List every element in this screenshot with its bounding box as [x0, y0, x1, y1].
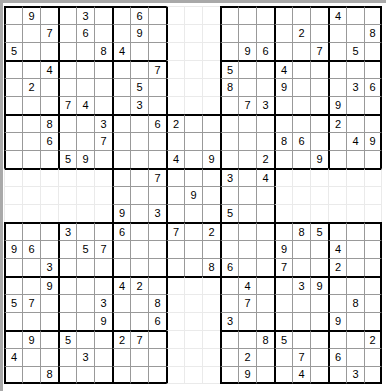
sudoku-empty-cell[interactable]	[166, 132, 184, 150]
sudoku-empty-cell[interactable]	[310, 312, 328, 330]
sudoku-empty-cell[interactable]	[40, 312, 58, 330]
sudoku-empty-cell[interactable]	[256, 348, 274, 366]
sudoku-empty-cell[interactable]	[40, 294, 58, 312]
sudoku-empty-cell[interactable]	[256, 312, 274, 330]
sudoku-empty-cell[interactable]	[112, 60, 130, 78]
sudoku-empty-cell[interactable]	[310, 366, 328, 384]
sudoku-empty-cell[interactable]	[112, 258, 130, 276]
sudoku-empty-cell[interactable]	[148, 258, 166, 276]
sudoku-given-cell: 9	[274, 240, 292, 258]
sudoku-given-cell: 6	[256, 42, 274, 60]
sudoku-empty-cell[interactable]	[40, 96, 58, 114]
sudoku-empty-cell[interactable]	[76, 330, 94, 348]
sudoku-empty-cell[interactable]	[76, 42, 94, 60]
sudoku-empty-cell[interactable]	[256, 186, 274, 204]
sudoku-empty-cell[interactable]	[220, 330, 238, 348]
sudoku-empty-cell[interactable]	[4, 150, 22, 168]
void-cell	[202, 294, 220, 312]
sudoku-empty-cell[interactable]	[346, 276, 364, 294]
sudoku-empty-cell[interactable]	[76, 132, 94, 150]
sudoku-empty-cell[interactable]	[148, 132, 166, 150]
sudoku-empty-cell[interactable]	[58, 132, 76, 150]
sudoku-empty-cell[interactable]	[40, 42, 58, 60]
sudoku-empty-cell[interactable]	[112, 366, 130, 384]
sudoku-empty-cell[interactable]	[310, 24, 328, 42]
sudoku-empty-cell[interactable]	[112, 150, 130, 168]
sudoku-empty-cell[interactable]	[4, 132, 22, 150]
sudoku-empty-cell[interactable]	[58, 276, 76, 294]
sudoku-empty-cell[interactable]	[94, 78, 112, 96]
sudoku-empty-cell[interactable]	[94, 258, 112, 276]
sudoku-empty-cell[interactable]	[202, 168, 220, 186]
sudoku-empty-cell[interactable]	[274, 114, 292, 132]
sudoku-empty-cell[interactable]	[184, 150, 202, 168]
sudoku-empty-cell[interactable]	[94, 24, 112, 42]
sudoku-given-cell: 8	[40, 366, 58, 384]
sudoku-empty-cell[interactable]	[4, 96, 22, 114]
sudoku-empty-cell[interactable]	[256, 240, 274, 258]
sudoku-empty-cell[interactable]	[328, 78, 346, 96]
sudoku-empty-cell[interactable]	[148, 348, 166, 366]
sudoku-empty-cell[interactable]	[310, 330, 328, 348]
sudoku-empty-cell[interactable]	[166, 240, 184, 258]
sudoku-empty-cell[interactable]	[22, 132, 40, 150]
sudoku-empty-cell[interactable]	[130, 312, 148, 330]
sudoku-empty-cell[interactable]	[112, 78, 130, 96]
sudoku-empty-cell[interactable]	[76, 294, 94, 312]
void-cell	[202, 6, 220, 24]
sudoku-empty-cell[interactable]	[310, 132, 328, 150]
sudoku-empty-cell[interactable]	[40, 78, 58, 96]
sudoku-empty-cell[interactable]	[220, 42, 238, 60]
sudoku-given-cell: 7	[238, 294, 256, 312]
sudoku-empty-cell[interactable]	[346, 6, 364, 24]
sudoku-empty-cell[interactable]	[76, 60, 94, 78]
sudoku-given-cell: 3	[130, 96, 148, 114]
sudoku-empty-cell[interactable]	[184, 114, 202, 132]
sudoku-empty-cell[interactable]	[4, 24, 22, 42]
sudoku-empty-cell[interactable]	[4, 366, 22, 384]
sudoku-empty-cell[interactable]	[238, 6, 256, 24]
sudoku-empty-cell[interactable]	[4, 258, 22, 276]
sudoku-empty-cell[interactable]	[274, 348, 292, 366]
sudoku-empty-cell[interactable]	[274, 312, 292, 330]
sudoku-empty-cell[interactable]	[94, 366, 112, 384]
sudoku-empty-cell[interactable]	[112, 294, 130, 312]
sudoku-empty-cell[interactable]	[112, 114, 130, 132]
sudoku-empty-cell[interactable]	[364, 42, 382, 60]
sudoku-empty-cell[interactable]	[274, 366, 292, 384]
sudoku-empty-cell[interactable]	[166, 258, 184, 276]
sudoku-empty-cell[interactable]	[22, 42, 40, 60]
sudoku-empty-cell[interactable]	[130, 60, 148, 78]
sudoku-empty-cell[interactable]	[58, 24, 76, 42]
sudoku-empty-cell[interactable]	[4, 6, 22, 24]
sudoku-empty-cell[interactable]	[256, 366, 274, 384]
sudoku-empty-cell[interactable]	[256, 204, 274, 222]
sudoku-empty-cell[interactable]	[364, 294, 382, 312]
sudoku-empty-cell[interactable]	[130, 114, 148, 132]
sudoku-empty-cell[interactable]	[58, 348, 76, 366]
sudoku-empty-cell[interactable]	[364, 96, 382, 114]
frame-left-edge	[0, 0, 3, 391]
sudoku-empty-cell[interactable]	[364, 6, 382, 24]
sudoku-empty-cell[interactable]	[184, 240, 202, 258]
sudoku-empty-cell[interactable]	[292, 78, 310, 96]
sudoku-empty-cell[interactable]	[4, 312, 22, 330]
sudoku-empty-cell[interactable]	[274, 96, 292, 114]
sudoku-empty-cell[interactable]	[310, 60, 328, 78]
sudoku-empty-cell[interactable]	[202, 132, 220, 150]
sudoku-empty-cell[interactable]	[238, 204, 256, 222]
sudoku-empty-cell[interactable]	[58, 60, 76, 78]
sudoku-empty-cell[interactable]	[130, 150, 148, 168]
sudoku-empty-cell[interactable]	[22, 312, 40, 330]
sudoku-empty-cell[interactable]	[238, 78, 256, 96]
sudoku-empty-cell[interactable]	[4, 276, 22, 294]
sudoku-empty-cell[interactable]	[76, 114, 94, 132]
sudoku-empty-cell[interactable]	[238, 312, 256, 330]
sudoku-empty-cell[interactable]	[58, 366, 76, 384]
sudoku-empty-cell[interactable]	[238, 168, 256, 186]
sudoku-empty-cell[interactable]	[130, 294, 148, 312]
sudoku-empty-cell[interactable]	[220, 348, 238, 366]
sudoku-empty-cell[interactable]	[328, 222, 346, 240]
sudoku-empty-cell[interactable]	[292, 6, 310, 24]
sudoku-empty-cell[interactable]	[22, 60, 40, 78]
sudoku-empty-cell[interactable]	[346, 330, 364, 348]
sudoku-empty-cell[interactable]	[94, 222, 112, 240]
sudoku-empty-cell[interactable]	[166, 204, 184, 222]
sudoku-empty-cell[interactable]	[364, 348, 382, 366]
sudoku-empty-cell[interactable]	[58, 312, 76, 330]
sudoku-empty-cell[interactable]	[130, 258, 148, 276]
sudoku-empty-cell[interactable]	[346, 348, 364, 366]
sudoku-empty-cell[interactable]	[256, 60, 274, 78]
sudoku-empty-cell[interactable]	[256, 24, 274, 42]
sudoku-empty-cell[interactable]	[40, 348, 58, 366]
sudoku-empty-cell[interactable]	[130, 240, 148, 258]
sudoku-empty-cell[interactable]	[274, 150, 292, 168]
sudoku-empty-cell[interactable]	[238, 24, 256, 42]
sudoku-empty-cell[interactable]	[310, 348, 328, 366]
sudoku-empty-cell[interactable]	[40, 222, 58, 240]
sudoku-empty-cell[interactable]	[274, 42, 292, 60]
sudoku-given-cell: 4	[112, 42, 130, 60]
sudoku-empty-cell[interactable]	[148, 96, 166, 114]
sudoku-empty-cell[interactable]	[364, 222, 382, 240]
sudoku-empty-cell[interactable]	[112, 6, 130, 24]
sudoku-empty-cell[interactable]	[256, 294, 274, 312]
sudoku-empty-cell[interactable]	[310, 96, 328, 114]
sudoku-empty-cell[interactable]	[292, 42, 310, 60]
sudoku-empty-cell[interactable]	[328, 42, 346, 60]
sudoku-given-cell: 7	[148, 60, 166, 78]
sudoku-empty-cell[interactable]	[220, 132, 238, 150]
sudoku-empty-cell[interactable]	[94, 96, 112, 114]
sudoku-empty-cell[interactable]	[292, 150, 310, 168]
sudoku-empty-cell[interactable]	[364, 258, 382, 276]
sudoku-empty-cell[interactable]	[220, 294, 238, 312]
sudoku-empty-cell[interactable]	[76, 312, 94, 330]
sudoku-empty-cell[interactable]	[148, 186, 166, 204]
sudoku-empty-cell[interactable]	[94, 276, 112, 294]
sudoku-given-cell: 2	[364, 330, 382, 348]
sudoku-given-cell: 9	[4, 240, 22, 258]
sudoku-empty-cell[interactable]	[310, 294, 328, 312]
sudoku-empty-cell[interactable]	[220, 150, 238, 168]
sudoku-empty-cell[interactable]	[238, 114, 256, 132]
sudoku-empty-cell[interactable]	[346, 222, 364, 240]
sudoku-empty-cell[interactable]	[292, 60, 310, 78]
sudoku-empty-cell[interactable]	[40, 330, 58, 348]
void-cell	[184, 78, 202, 96]
sudoku-empty-cell[interactable]	[256, 78, 274, 96]
sudoku-empty-cell[interactable]	[184, 168, 202, 186]
sudoku-empty-cell[interactable]	[238, 222, 256, 240]
sudoku-empty-cell[interactable]	[364, 276, 382, 294]
sudoku-empty-cell[interactable]	[328, 24, 346, 42]
sudoku-empty-cell[interactable]	[4, 78, 22, 96]
sudoku-empty-cell[interactable]	[76, 78, 94, 96]
void-cell	[364, 204, 382, 222]
sudoku-empty-cell[interactable]	[166, 186, 184, 204]
sudoku-empty-cell[interactable]	[220, 366, 238, 384]
void-cell	[328, 186, 346, 204]
void-cell	[184, 42, 202, 60]
sudoku-given-cell: 4	[274, 60, 292, 78]
sudoku-empty-cell[interactable]	[292, 294, 310, 312]
sudoku-empty-cell[interactable]	[22, 150, 40, 168]
sudoku-empty-cell[interactable]	[310, 78, 328, 96]
sudoku-empty-cell[interactable]	[166, 168, 184, 186]
sudoku-empty-cell[interactable]	[58, 42, 76, 60]
sudoku-empty-cell[interactable]	[58, 6, 76, 24]
sudoku-given-cell: 5	[58, 150, 76, 168]
sudoku-empty-cell[interactable]	[130, 186, 148, 204]
sudoku-given-cell: 7	[292, 348, 310, 366]
sudoku-empty-cell[interactable]	[310, 114, 328, 132]
void-cell	[202, 276, 220, 294]
sudoku-empty-cell[interactable]	[4, 222, 22, 240]
sudoku-given-cell: 4	[40, 60, 58, 78]
sudoku-empty-cell[interactable]	[76, 276, 94, 294]
sudoku-empty-cell[interactable]	[364, 114, 382, 132]
sudoku-given-cell: 5	[130, 78, 148, 96]
sudoku-empty-cell[interactable]	[238, 186, 256, 204]
sudoku-empty-cell[interactable]	[292, 240, 310, 258]
sudoku-empty-cell[interactable]	[112, 348, 130, 366]
sudoku-empty-cell[interactable]	[328, 276, 346, 294]
sudoku-empty-cell[interactable]	[292, 96, 310, 114]
sudoku-empty-cell[interactable]	[112, 132, 130, 150]
sudoku-empty-cell[interactable]	[94, 150, 112, 168]
sudoku-empty-cell[interactable]	[130, 348, 148, 366]
sudoku-empty-cell[interactable]	[94, 60, 112, 78]
sudoku-empty-cell[interactable]	[58, 78, 76, 96]
sudoku-empty-cell[interactable]	[292, 114, 310, 132]
sudoku-given-cell: 3	[220, 168, 238, 186]
sudoku-empty-cell[interactable]	[220, 114, 238, 132]
sudoku-empty-cell[interactable]	[184, 222, 202, 240]
sudoku-empty-cell[interactable]	[256, 222, 274, 240]
sudoku-empty-cell[interactable]	[22, 276, 40, 294]
sudoku-empty-cell[interactable]	[112, 96, 130, 114]
sudoku-empty-cell[interactable]	[220, 222, 238, 240]
sudoku-empty-cell[interactable]	[220, 96, 238, 114]
sudoku-empty-cell[interactable]	[328, 330, 346, 348]
void-cell	[202, 24, 220, 42]
sudoku-empty-cell[interactable]	[346, 60, 364, 78]
sudoku-empty-cell[interactable]	[112, 24, 130, 42]
sudoku-empty-cell[interactable]	[130, 132, 148, 150]
sudoku-given-cell: 7	[238, 96, 256, 114]
sudoku-empty-cell[interactable]	[58, 114, 76, 132]
samurai-sudoku-screenshot: 9364769285849675475425893674373983622678…	[0, 0, 386, 391]
sudoku-empty-cell[interactable]	[220, 276, 238, 294]
sudoku-empty-cell[interactable]	[22, 96, 40, 114]
sudoku-empty-cell[interactable]	[40, 240, 58, 258]
sudoku-given-cell: 8	[274, 132, 292, 150]
sudoku-empty-cell[interactable]	[94, 330, 112, 348]
sudoku-empty-cell[interactable]	[346, 96, 364, 114]
sudoku-empty-cell[interactable]	[130, 168, 148, 186]
sudoku-empty-cell[interactable]	[274, 24, 292, 42]
sudoku-empty-cell[interactable]	[130, 42, 148, 60]
sudoku-empty-cell[interactable]	[310, 240, 328, 258]
sudoku-empty-cell[interactable]	[112, 312, 130, 330]
void-cell	[94, 168, 112, 186]
sudoku-empty-cell[interactable]	[328, 150, 346, 168]
void-cell	[184, 312, 202, 330]
sudoku-empty-cell[interactable]	[274, 276, 292, 294]
sudoku-empty-cell[interactable]	[364, 366, 382, 384]
sudoku-empty-cell[interactable]	[346, 114, 364, 132]
sudoku-empty-cell[interactable]	[346, 240, 364, 258]
sudoku-empty-cell[interactable]	[112, 240, 130, 258]
sudoku-empty-cell[interactable]	[58, 240, 76, 258]
sudoku-empty-cell[interactable]	[148, 6, 166, 24]
sudoku-empty-cell[interactable]	[184, 132, 202, 150]
sudoku-empty-cell[interactable]	[238, 60, 256, 78]
sudoku-empty-cell[interactable]	[76, 258, 94, 276]
sudoku-empty-cell[interactable]	[256, 258, 274, 276]
sudoku-empty-cell[interactable]	[310, 6, 328, 24]
sudoku-empty-cell[interactable]	[76, 366, 94, 384]
sudoku-empty-cell[interactable]	[130, 222, 148, 240]
sudoku-empty-cell[interactable]	[112, 168, 130, 186]
sudoku-empty-cell[interactable]	[148, 330, 166, 348]
sudoku-empty-cell[interactable]	[220, 24, 238, 42]
sudoku-empty-cell[interactable]	[202, 240, 220, 258]
void-cell	[202, 330, 220, 348]
sudoku-empty-cell[interactable]	[40, 150, 58, 168]
sudoku-empty-cell[interactable]	[274, 294, 292, 312]
void-cell	[202, 312, 220, 330]
sudoku-empty-cell[interactable]	[256, 6, 274, 24]
sudoku-empty-cell[interactable]	[364, 150, 382, 168]
sudoku-empty-cell[interactable]	[148, 366, 166, 384]
sudoku-empty-cell[interactable]	[112, 186, 130, 204]
void-cell	[94, 186, 112, 204]
sudoku-empty-cell[interactable]	[346, 258, 364, 276]
sudoku-empty-cell[interactable]	[310, 258, 328, 276]
sudoku-empty-cell[interactable]	[148, 78, 166, 96]
sudoku-empty-cell[interactable]	[22, 222, 40, 240]
sudoku-empty-cell[interactable]	[238, 258, 256, 276]
sudoku-empty-cell[interactable]	[238, 240, 256, 258]
sudoku-empty-cell[interactable]	[184, 258, 202, 276]
sudoku-empty-cell[interactable]	[292, 258, 310, 276]
sudoku-empty-cell[interactable]	[130, 204, 148, 222]
void-cell	[184, 294, 202, 312]
sudoku-empty-cell[interactable]	[148, 240, 166, 258]
sudoku-empty-cell[interactable]	[130, 366, 148, 384]
sudoku-empty-cell[interactable]	[202, 204, 220, 222]
sudoku-empty-cell[interactable]	[346, 24, 364, 42]
sudoku-empty-cell[interactable]	[220, 186, 238, 204]
sudoku-empty-cell[interactable]	[346, 312, 364, 330]
sudoku-empty-cell[interactable]	[148, 42, 166, 60]
sudoku-empty-cell[interactable]	[328, 294, 346, 312]
sudoku-empty-cell[interactable]	[292, 330, 310, 348]
sudoku-empty-cell[interactable]	[148, 150, 166, 168]
sudoku-empty-cell[interactable]	[220, 240, 238, 258]
sudoku-empty-cell[interactable]	[40, 6, 58, 24]
sudoku-empty-cell[interactable]	[238, 330, 256, 348]
sudoku-empty-cell[interactable]	[4, 330, 22, 348]
sudoku-empty-cell[interactable]	[256, 276, 274, 294]
sudoku-empty-cell[interactable]	[94, 348, 112, 366]
sudoku-empty-cell[interactable]	[328, 60, 346, 78]
sudoku-empty-cell[interactable]	[274, 6, 292, 24]
sudoku-empty-cell[interactable]	[238, 132, 256, 150]
sudoku-empty-cell[interactable]	[328, 132, 346, 150]
sudoku-empty-cell[interactable]	[346, 150, 364, 168]
sudoku-empty-cell[interactable]	[364, 240, 382, 258]
sudoku-empty-cell[interactable]	[274, 222, 292, 240]
sudoku-empty-cell[interactable]	[328, 366, 346, 384]
sudoku-empty-cell[interactable]	[256, 114, 274, 132]
sudoku-empty-cell[interactable]	[22, 258, 40, 276]
sudoku-empty-cell[interactable]	[58, 258, 76, 276]
sudoku-empty-cell[interactable]	[148, 276, 166, 294]
sudoku-empty-cell[interactable]	[58, 294, 76, 312]
sudoku-empty-cell[interactable]	[202, 114, 220, 132]
sudoku-empty-cell[interactable]	[364, 312, 382, 330]
sudoku-empty-cell[interactable]	[22, 366, 40, 384]
sudoku-empty-cell[interactable]	[22, 24, 40, 42]
sudoku-empty-cell[interactable]	[148, 222, 166, 240]
void-cell	[184, 348, 202, 366]
sudoku-empty-cell[interactable]	[22, 348, 40, 366]
sudoku-empty-cell[interactable]	[202, 186, 220, 204]
sudoku-given-cell: 8	[346, 294, 364, 312]
sudoku-empty-cell[interactable]	[76, 222, 94, 240]
sudoku-empty-cell[interactable]	[4, 60, 22, 78]
void-cell	[166, 96, 184, 114]
sudoku-empty-cell[interactable]	[220, 6, 238, 24]
sudoku-empty-cell[interactable]	[238, 150, 256, 168]
sudoku-empty-cell[interactable]	[292, 312, 310, 330]
sudoku-empty-cell[interactable]	[256, 132, 274, 150]
sudoku-empty-cell[interactable]	[4, 114, 22, 132]
sudoku-empty-cell[interactable]	[148, 24, 166, 42]
sudoku-empty-cell[interactable]	[184, 204, 202, 222]
sudoku-empty-cell[interactable]	[364, 60, 382, 78]
sudoku-empty-cell[interactable]	[22, 114, 40, 132]
sudoku-empty-cell[interactable]	[94, 6, 112, 24]
